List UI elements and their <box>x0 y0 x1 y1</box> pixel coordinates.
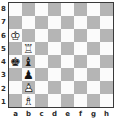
file-label-e: e <box>61 108 74 118</box>
square-h8[interactable] <box>100 3 113 16</box>
black-pawn: ♟ <box>22 68 35 81</box>
square-b5[interactable]: ♜♖ <box>22 42 35 55</box>
square-f5[interactable] <box>74 42 87 55</box>
square-h1[interactable] <box>100 94 113 107</box>
square-b1[interactable]: ♝♗ <box>22 94 35 107</box>
square-d7[interactable] <box>48 16 61 29</box>
square-a4[interactable]: ♚ <box>9 55 22 68</box>
square-g5[interactable] <box>87 42 100 55</box>
square-e7[interactable] <box>61 16 74 29</box>
square-a7[interactable] <box>9 16 22 29</box>
rank-label-1: 1 <box>0 96 8 109</box>
square-d6[interactable] <box>48 29 61 42</box>
black-king: ♚ <box>9 55 22 68</box>
square-g4[interactable] <box>87 55 100 68</box>
square-e6[interactable] <box>61 29 74 42</box>
square-b7[interactable] <box>22 16 35 29</box>
file-label-b: b <box>22 108 35 118</box>
rank-label-7: 7 <box>0 16 8 29</box>
square-g3[interactable] <box>87 68 100 81</box>
square-f4[interactable] <box>74 55 87 68</box>
rank-label-3: 3 <box>0 69 8 82</box>
file-label-h: h <box>100 108 113 118</box>
file-label-g: g <box>87 108 100 118</box>
square-c7[interactable] <box>35 16 48 29</box>
square-h5[interactable] <box>100 42 113 55</box>
square-f1[interactable] <box>74 94 87 107</box>
square-d2[interactable] <box>48 81 61 94</box>
square-b8[interactable] <box>22 3 35 16</box>
square-c8[interactable] <box>35 3 48 16</box>
square-h4[interactable] <box>100 55 113 68</box>
square-d8[interactable] <box>48 3 61 16</box>
black-bishop: ♝ <box>22 55 35 68</box>
file-label-a: a <box>9 108 22 118</box>
file-label-c: c <box>35 108 48 118</box>
square-a3[interactable] <box>9 68 22 81</box>
white-rook-outline: ♖ <box>22 42 35 55</box>
file-label-d: d <box>48 108 61 118</box>
square-g6[interactable] <box>87 29 100 42</box>
square-h2[interactable] <box>100 81 113 94</box>
white-king: ♚♔ <box>9 29 22 42</box>
chess-board: ♚♔♜♖♚♝♟♟♙♝♗ <box>8 2 114 108</box>
square-a2[interactable] <box>9 81 22 94</box>
square-e4[interactable] <box>61 55 74 68</box>
square-e3[interactable] <box>61 68 74 81</box>
square-f2[interactable] <box>74 81 87 94</box>
square-d4[interactable] <box>48 55 61 68</box>
square-g1[interactable] <box>87 94 100 107</box>
square-f8[interactable] <box>74 3 87 16</box>
square-h6[interactable] <box>100 29 113 42</box>
white-king-outline: ♔ <box>9 29 22 42</box>
square-d3[interactable] <box>48 68 61 81</box>
square-f7[interactable] <box>74 16 87 29</box>
square-e8[interactable] <box>61 3 74 16</box>
rank-label-5: 5 <box>0 43 8 56</box>
square-e2[interactable] <box>61 81 74 94</box>
square-d5[interactable] <box>48 42 61 55</box>
square-b2[interactable]: ♟♙ <box>22 81 35 94</box>
square-c6[interactable] <box>35 29 48 42</box>
square-c2[interactable] <box>35 81 48 94</box>
square-h7[interactable] <box>100 16 113 29</box>
white-pawn: ♟♙ <box>22 81 35 94</box>
square-g7[interactable] <box>87 16 100 29</box>
square-h3[interactable] <box>100 68 113 81</box>
square-b6[interactable] <box>22 29 35 42</box>
rank-label-6: 6 <box>0 30 8 43</box>
square-g8[interactable] <box>87 3 100 16</box>
square-g2[interactable] <box>87 81 100 94</box>
square-e5[interactable] <box>61 42 74 55</box>
white-bishop: ♝♗ <box>22 94 35 107</box>
square-f6[interactable] <box>74 29 87 42</box>
square-a6[interactable]: ♚♔ <box>9 29 22 42</box>
square-a5[interactable] <box>9 42 22 55</box>
square-e1[interactable] <box>61 94 74 107</box>
file-label-f: f <box>74 108 87 118</box>
chess-diagram: 87654321 ♚♔♜♖♚♝♟♟♙♝♗ abcdefgh <box>0 0 118 118</box>
rank-label-8: 8 <box>0 3 8 16</box>
white-bishop-outline: ♗ <box>22 94 35 107</box>
square-a8[interactable] <box>9 3 22 16</box>
white-rook: ♜♖ <box>22 42 35 55</box>
square-c1[interactable] <box>35 94 48 107</box>
square-c5[interactable] <box>35 42 48 55</box>
white-pawn-outline: ♙ <box>22 81 35 94</box>
rank-label-2: 2 <box>0 83 8 96</box>
rank-label-4: 4 <box>0 56 8 69</box>
file-labels: abcdefgh <box>8 108 114 118</box>
rank-labels: 87654321 <box>0 2 8 108</box>
square-b3[interactable]: ♟ <box>22 68 35 81</box>
square-f3[interactable] <box>74 68 87 81</box>
square-c4[interactable] <box>35 55 48 68</box>
square-a1[interactable] <box>9 94 22 107</box>
square-c3[interactable] <box>35 68 48 81</box>
square-d1[interactable] <box>48 94 61 107</box>
square-b4[interactable]: ♝ <box>22 55 35 68</box>
